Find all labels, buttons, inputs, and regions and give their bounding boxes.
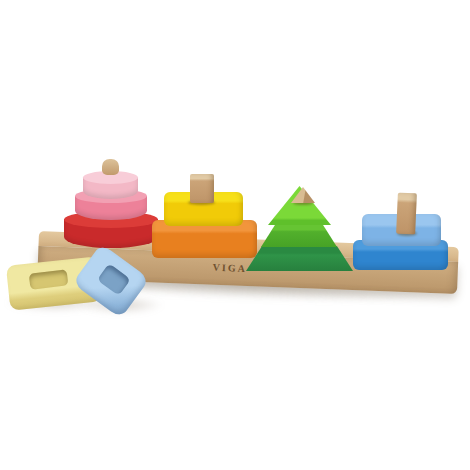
green-triangle-medium bbox=[261, 223, 337, 247]
blue-ring-hole bbox=[97, 263, 131, 295]
square-peg-blue-stack bbox=[396, 193, 417, 235]
product-photo-stage: VIGA bbox=[0, 0, 470, 470]
square-peg-yellow-stack bbox=[190, 174, 214, 203]
dark-green-triangle-large bbox=[246, 246, 353, 271]
yellow-ring-hole bbox=[29, 269, 69, 290]
light-pink-disc-small bbox=[83, 171, 138, 199]
round-peg bbox=[102, 159, 119, 175]
